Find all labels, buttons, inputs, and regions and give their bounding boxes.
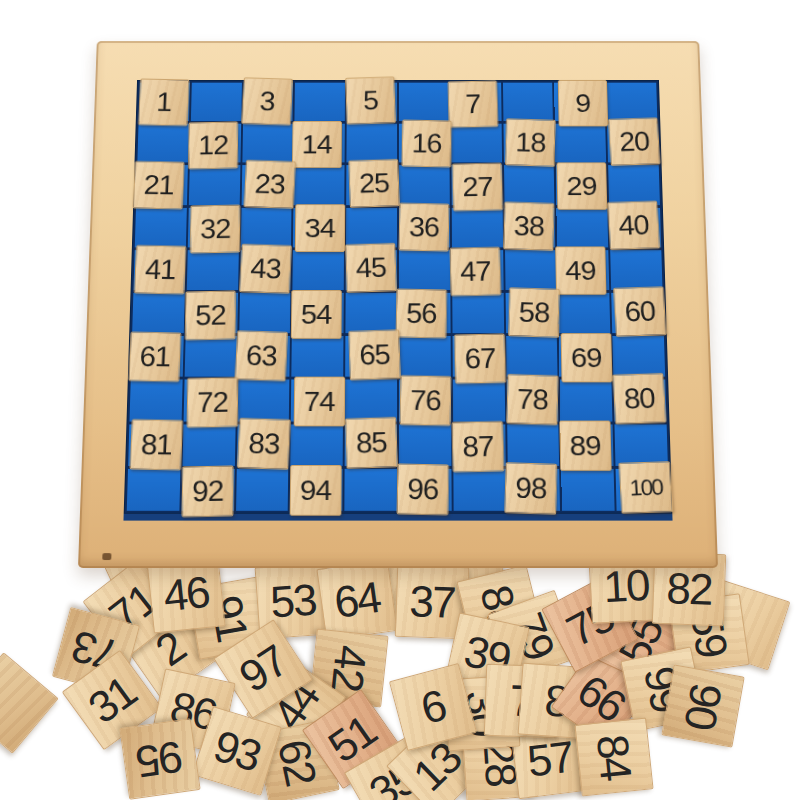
board-cell-empty — [135, 208, 187, 248]
board-cell: 100 — [616, 469, 669, 511]
board-tile-100[interactable]: 100 — [618, 462, 673, 514]
board-cell-empty — [399, 83, 449, 122]
board-cell: 18 — [503, 124, 554, 163]
board-cell-empty — [240, 208, 291, 248]
board-cell: 27 — [451, 165, 502, 204]
board-tile-36[interactable]: 36 — [399, 203, 450, 252]
board-tile-78[interactable]: 78 — [506, 374, 558, 425]
board-tile-60[interactable]: 60 — [613, 286, 667, 336]
board-cell: 85 — [345, 424, 397, 466]
board-cell: 20 — [607, 124, 658, 163]
board-tile-80[interactable]: 80 — [612, 373, 666, 424]
board-tile-21[interactable]: 21 — [133, 161, 185, 209]
board-tile-96[interactable]: 96 — [397, 464, 449, 516]
board-cell-empty — [127, 469, 180, 511]
board-cell: 58 — [505, 293, 557, 333]
board-cell-empty — [239, 293, 291, 333]
product-photo-stage: 1357912141618202123252729323436384041434… — [0, 0, 800, 800]
board-tile-34[interactable]: 34 — [295, 204, 345, 252]
board-tile-65[interactable]: 65 — [348, 329, 400, 380]
board-cell-empty — [451, 124, 502, 163]
board-cell: 23 — [241, 165, 292, 204]
loose-tile-blank[interactable] — [0, 652, 59, 753]
board-tile-47[interactable]: 47 — [450, 247, 502, 296]
board-tile-69[interactable]: 69 — [560, 333, 612, 382]
board-cell: 81 — [128, 424, 181, 466]
board-cell-empty — [399, 424, 451, 466]
board-tile-52[interactable]: 52 — [185, 290, 236, 340]
board-cell-empty — [347, 124, 397, 163]
board-tile-25[interactable]: 25 — [348, 159, 399, 208]
board-tile-76[interactable]: 76 — [400, 375, 452, 426]
board-tile-16[interactable]: 16 — [402, 120, 452, 168]
board-cell-empty — [295, 83, 345, 122]
board-cell-empty — [453, 469, 506, 511]
board-tile-94[interactable]: 94 — [289, 465, 341, 516]
board-cell-empty — [560, 380, 613, 421]
board-cell: 45 — [346, 250, 397, 290]
board-cell-empty — [182, 424, 235, 466]
board-cell-empty — [191, 83, 242, 122]
board-cell-empty — [236, 469, 289, 511]
board-cell-empty — [399, 165, 450, 204]
board-cell-empty — [293, 250, 344, 290]
board-tile-23[interactable]: 23 — [244, 160, 296, 209]
board-cell: 9 — [554, 83, 605, 122]
board-tile-85[interactable]: 85 — [345, 417, 398, 469]
board-tile-83[interactable]: 83 — [237, 418, 291, 470]
board-tile-9[interactable]: 9 — [558, 80, 608, 126]
board-tile-98[interactable]: 98 — [504, 463, 557, 515]
board-tile-5[interactable]: 5 — [345, 76, 396, 124]
board-cell: 29 — [556, 165, 607, 204]
board-cell: 76 — [399, 380, 451, 421]
board-cell-empty — [292, 336, 344, 377]
board-cell: 12 — [190, 124, 241, 163]
board-cell: 43 — [240, 250, 292, 290]
board-cell: 40 — [609, 208, 661, 248]
board-cell-empty — [610, 250, 662, 290]
board-cell: 25 — [346, 165, 397, 204]
board-cell-empty — [504, 165, 555, 204]
board-tile-12[interactable]: 12 — [188, 121, 238, 169]
board-cell-empty — [399, 250, 450, 290]
board-cell-empty — [132, 293, 184, 333]
board-inner: 1357912141618202123252729323436384041434… — [123, 80, 672, 521]
board-tile-20[interactable]: 20 — [608, 117, 660, 165]
board-cell-empty — [606, 83, 657, 122]
board-tile-89[interactable]: 89 — [559, 421, 611, 471]
board-tile-29[interactable]: 29 — [556, 162, 607, 209]
board-cell: 83 — [236, 424, 289, 466]
board-cell: 49 — [558, 250, 610, 290]
board-cell-empty — [129, 380, 182, 421]
board-cell-empty — [137, 124, 188, 163]
board-cell-empty — [505, 250, 557, 290]
board-tile-3[interactable]: 3 — [241, 77, 293, 125]
board-tile-63[interactable]: 63 — [235, 330, 288, 381]
board-cell-empty — [184, 336, 236, 377]
board-tile-54[interactable]: 54 — [291, 290, 342, 339]
board-cell-empty — [242, 124, 293, 163]
board-cell-empty — [346, 293, 397, 333]
board-cell: 80 — [614, 380, 667, 421]
board-cell: 98 — [507, 469, 560, 511]
board-tile-87[interactable]: 87 — [452, 421, 505, 472]
board-cell-empty — [558, 293, 610, 333]
board-cell: 74 — [291, 380, 343, 421]
board-cell: 63 — [238, 336, 290, 377]
board-tile-40[interactable]: 40 — [607, 201, 660, 250]
loose-tile-64[interactable]: 64 — [316, 559, 397, 640]
board-cell: 72 — [183, 380, 236, 421]
board-cell: 65 — [345, 336, 397, 377]
board-cell: 16 — [399, 124, 449, 163]
board-cell: 32 — [188, 208, 240, 248]
board-tile-56[interactable]: 56 — [396, 288, 447, 338]
board-cell-empty — [503, 83, 554, 122]
board-tile-74[interactable]: 74 — [293, 377, 344, 427]
board-tile-43[interactable]: 43 — [239, 244, 292, 294]
board-frame: 1357912141618202123252729323436384041434… — [78, 41, 718, 568]
board-cell: 96 — [399, 469, 451, 511]
board-cell: 14 — [294, 124, 345, 163]
board-cell: 94 — [290, 469, 343, 511]
board-cell: 60 — [611, 293, 663, 333]
board-cell: 87 — [453, 424, 505, 466]
board-cell: 56 — [399, 293, 450, 333]
board-tile-41[interactable]: 41 — [134, 245, 186, 294]
board-cell: 38 — [504, 208, 555, 248]
board-cell-empty — [346, 208, 397, 248]
board-cell: 7 — [451, 83, 501, 122]
board-tile-67[interactable]: 67 — [454, 333, 506, 383]
board-tile-58[interactable]: 58 — [508, 287, 560, 337]
board-cell: 34 — [293, 208, 344, 248]
board-cell-empty — [608, 165, 660, 204]
board-cell: 41 — [133, 250, 185, 290]
board-tile-32[interactable]: 32 — [190, 205, 240, 254]
board-cell-empty — [294, 165, 345, 204]
board-cell: 78 — [506, 380, 558, 421]
board-cell: 5 — [347, 83, 397, 122]
board-tile-18[interactable]: 18 — [505, 118, 556, 166]
board-cell: 61 — [131, 336, 184, 377]
board-cell-empty — [399, 336, 451, 377]
board-cell-empty — [612, 336, 665, 377]
board-tile-61[interactable]: 61 — [129, 332, 182, 382]
board-cell-empty — [452, 293, 504, 333]
board-tile-72[interactable]: 72 — [187, 377, 238, 428]
board-cell-empty — [562, 469, 615, 511]
board-tile-38[interactable]: 38 — [503, 202, 554, 251]
board-cell: 92 — [181, 469, 234, 511]
loose-tile-95[interactable]: 95 — [119, 718, 200, 799]
board-tile-49[interactable]: 49 — [555, 247, 606, 295]
board-cell-empty — [189, 165, 240, 204]
board-cell: 21 — [136, 165, 188, 204]
board-tile-1[interactable]: 1 — [138, 78, 189, 125]
board-cell: 36 — [399, 208, 450, 248]
board-cell: 1 — [139, 83, 190, 122]
board-cell-empty — [555, 124, 606, 163]
board-tile-27[interactable]: 27 — [452, 163, 503, 211]
board-cell: 69 — [559, 336, 611, 377]
board-cell-empty — [506, 336, 558, 377]
board-cell-empty — [345, 469, 397, 511]
board-cell: 89 — [561, 424, 614, 466]
board-cell-empty — [452, 208, 503, 248]
board-cell-empty — [187, 250, 239, 290]
loose-tile-90[interactable]: 90 — [661, 664, 744, 747]
board-tile-92[interactable]: 92 — [182, 466, 234, 518]
frame-notch — [102, 553, 111, 560]
board-tile-45[interactable]: 45 — [345, 243, 397, 293]
board-cell: 47 — [452, 250, 503, 290]
board-cell-empty — [507, 424, 560, 466]
board-tile-14[interactable]: 14 — [292, 121, 342, 168]
board-cell: 67 — [452, 336, 504, 377]
board-cell-empty — [237, 380, 289, 421]
board-tile-81[interactable]: 81 — [130, 419, 184, 470]
board-cell-empty — [453, 380, 505, 421]
loose-tile-84[interactable]: 84 — [574, 717, 653, 796]
board-cell-empty — [345, 380, 397, 421]
board-cell-empty — [615, 424, 668, 466]
board-cell: 3 — [243, 83, 294, 122]
board-cell-empty — [557, 208, 609, 248]
board-cell: 54 — [292, 293, 344, 333]
board-cell-empty — [291, 424, 343, 466]
board-tile-7[interactable]: 7 — [448, 80, 499, 127]
board-cell: 52 — [186, 293, 238, 333]
